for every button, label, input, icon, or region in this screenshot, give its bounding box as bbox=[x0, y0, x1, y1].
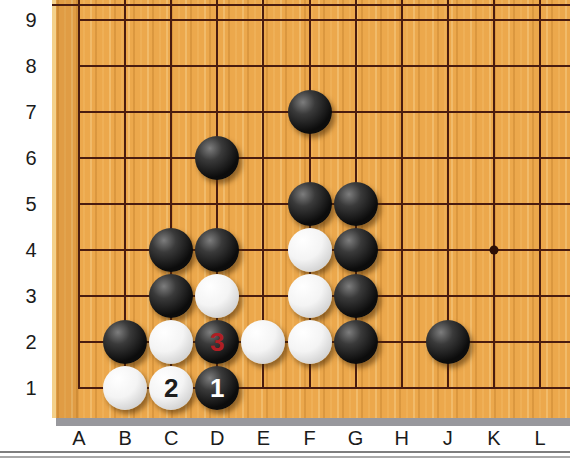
row-label-9: 9 bbox=[25, 9, 36, 32]
column-label-K: K bbox=[487, 427, 500, 450]
column-label-C: C bbox=[164, 427, 178, 450]
window-border-bottom bbox=[0, 456, 570, 458]
grid-vline-L bbox=[539, 0, 541, 389]
grid-vline-A bbox=[78, 0, 80, 389]
row-label-5: 5 bbox=[25, 193, 36, 216]
row-label-2: 2 bbox=[25, 331, 36, 354]
row-label-6: 6 bbox=[25, 147, 36, 170]
stone-white-F2[interactable] bbox=[288, 320, 332, 364]
stone-black-J2[interactable] bbox=[426, 320, 470, 364]
stone-white-F3[interactable] bbox=[288, 274, 332, 318]
stone-black-D6[interactable] bbox=[195, 136, 239, 180]
stone-white-C2[interactable] bbox=[149, 320, 193, 364]
move-label-3: 3 bbox=[210, 329, 224, 355]
board-crop-top-line bbox=[52, 4, 570, 6]
stone-black-C3[interactable] bbox=[149, 274, 193, 318]
stone-white-E2[interactable] bbox=[241, 320, 285, 364]
grid-vline-H bbox=[401, 0, 403, 389]
stone-white-B1[interactable] bbox=[103, 366, 147, 410]
column-label-H: H bbox=[394, 427, 408, 450]
stone-black-D2[interactable]: 3 bbox=[195, 320, 239, 364]
row-label-8: 8 bbox=[25, 55, 36, 78]
stone-black-D1[interactable]: 1 bbox=[195, 366, 239, 410]
column-label-A: A bbox=[72, 427, 85, 450]
column-label-J: J bbox=[443, 427, 453, 450]
stone-white-D3[interactable] bbox=[195, 274, 239, 318]
grid-hline-9 bbox=[78, 19, 570, 21]
column-label-L: L bbox=[534, 427, 545, 450]
go-diagram-window: 321 987654321 ABCDEFGHJKL bbox=[0, 0, 570, 463]
stone-white-F4[interactable] bbox=[288, 228, 332, 272]
column-label-G: G bbox=[348, 427, 364, 450]
grid-hline-6 bbox=[78, 157, 570, 159]
row-label-4: 4 bbox=[25, 239, 36, 262]
column-label-E: E bbox=[257, 427, 270, 450]
stone-black-G3[interactable] bbox=[334, 274, 378, 318]
grid-vline-K bbox=[493, 0, 495, 389]
row-label-1: 1 bbox=[25, 377, 36, 400]
stone-black-G4[interactable] bbox=[334, 228, 378, 272]
row-label-7: 7 bbox=[25, 101, 36, 124]
column-label-B: B bbox=[118, 427, 131, 450]
column-label-D: D bbox=[210, 427, 224, 450]
grid-hline-8 bbox=[78, 65, 570, 67]
row-label-3: 3 bbox=[25, 285, 36, 308]
window-border-top bbox=[0, 451, 570, 453]
stone-black-D4[interactable] bbox=[195, 228, 239, 272]
board-left-margin bbox=[56, 0, 79, 418]
stone-black-C4[interactable] bbox=[149, 228, 193, 272]
stone-black-F7[interactable] bbox=[288, 90, 332, 134]
column-label-F: F bbox=[303, 427, 315, 450]
stone-white-C1[interactable]: 2 bbox=[149, 366, 193, 410]
move-label-1: 1 bbox=[210, 375, 224, 401]
board-bottom-shadow bbox=[56, 418, 570, 426]
stone-black-G5[interactable] bbox=[334, 182, 378, 226]
stone-black-G2[interactable] bbox=[334, 320, 378, 364]
stone-black-F5[interactable] bbox=[288, 182, 332, 226]
move-label-2: 2 bbox=[164, 375, 178, 401]
stone-black-B2[interactable] bbox=[103, 320, 147, 364]
star-point-K4 bbox=[489, 246, 498, 255]
